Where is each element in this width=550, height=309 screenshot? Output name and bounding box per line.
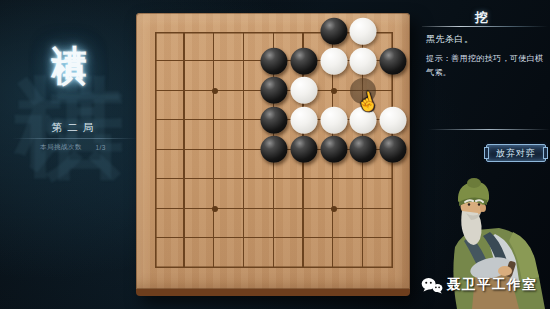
white-stone <box>350 47 377 74</box>
white-stone <box>380 106 407 133</box>
white-stone <box>320 106 347 133</box>
white-stone <box>350 106 377 133</box>
go-board[interactable]: ☝ <box>136 13 410 296</box>
studio-name: 聂卫平工作室 <box>447 276 537 294</box>
star-point <box>331 88 337 94</box>
hover-preview-stone[interactable] <box>350 78 376 104</box>
star-point <box>212 206 218 212</box>
star-point <box>331 206 337 212</box>
right-panel: 挖 黑先杀白。 提示：善用挖的技巧，可使白棋气紧。 放弃对弈 <box>420 0 550 309</box>
mode-title: 诘棋 <box>52 16 87 126</box>
attempts-count: 1/3 <box>95 144 106 151</box>
black-stone <box>261 47 288 74</box>
black-stone <box>350 136 377 163</box>
white-stone <box>290 106 317 133</box>
technique-title: 挖 <box>420 9 544 27</box>
black-stone <box>290 47 317 74</box>
left-divider <box>12 138 138 139</box>
resign-button[interactable]: 放弃对弈 <box>486 144 546 162</box>
title-divider <box>422 26 548 27</box>
white-stone <box>320 47 347 74</box>
white-stone <box>290 77 317 104</box>
attempts-row: 本局挑战次数 1/3 <box>40 143 106 152</box>
white-stone <box>350 18 377 45</box>
studio-watermark: 聂卫平工作室 <box>421 275 537 295</box>
episode-label: 第二局 <box>0 121 150 135</box>
black-stone <box>320 136 347 163</box>
star-point <box>212 88 218 94</box>
black-stone <box>380 136 407 163</box>
black-stone <box>261 136 288 163</box>
black-stone <box>261 77 288 104</box>
go-board-grid[interactable]: ☝ <box>155 32 393 268</box>
black-stone <box>380 47 407 74</box>
objective-text: 黑先杀白。 <box>426 33 474 46</box>
game-screen: 诘棋 诘棋 第二局 本局挑战次数 1/3 ☝ 挖 黑先杀白。 提示：善用挖的技巧… <box>0 0 550 309</box>
black-stone <box>261 106 288 133</box>
section-divider <box>428 129 550 130</box>
hint-text: 提示：善用挖的技巧，可使白棋气紧。 <box>426 52 550 79</box>
attempts-label: 本局挑战次数 <box>40 143 82 152</box>
black-stone <box>290 136 317 163</box>
black-stone <box>320 18 347 45</box>
left-panel: 诘棋 诘棋 第二局 本局挑战次数 1/3 <box>0 0 150 309</box>
wechat-icon <box>421 277 443 294</box>
